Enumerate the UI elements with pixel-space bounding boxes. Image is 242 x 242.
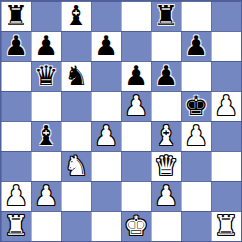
square-b7[interactable]: ♟ [31,31,61,61]
black-pawn[interactable]: ♟ [154,61,178,91]
square-e7[interactable] [121,31,151,61]
square-g6[interactable] [181,61,211,91]
square-e6[interactable]: ♟ [121,61,151,91]
white-pawn[interactable]: ♟ [184,121,208,151]
square-a8[interactable]: ♜ [1,1,31,31]
square-e3[interactable] [121,151,151,181]
black-bishop[interactable]: ♝ [34,121,58,151]
square-e4[interactable] [121,121,151,151]
chess-board: ♜♝♜♟♟♟♟♛♞♟♟♟♚♟♝♟♝♟♞♛♟♟♟♜♚♜ [0,0,242,242]
white-pawn[interactable]: ♟ [154,181,178,211]
square-b5[interactable] [31,91,61,121]
black-bishop[interactable]: ♝ [64,1,88,31]
square-g1[interactable] [181,211,211,241]
square-b3[interactable] [31,151,61,181]
square-d5[interactable] [91,91,121,121]
black-pawn[interactable]: ♟ [34,31,58,61]
white-rook[interactable]: ♜ [4,211,28,241]
white-pawn[interactable]: ♟ [34,181,58,211]
black-rook[interactable]: ♜ [4,1,28,31]
square-f8[interactable]: ♜ [151,1,181,31]
black-queen[interactable]: ♛ [34,61,58,91]
white-pawn[interactable]: ♟ [124,91,148,121]
square-h6[interactable] [211,61,241,91]
square-c2[interactable] [61,181,91,211]
square-d7[interactable]: ♟ [91,31,121,61]
square-g3[interactable] [181,151,211,181]
white-bishop[interactable]: ♝ [154,121,178,151]
square-c3[interactable]: ♞ [61,151,91,181]
square-f2[interactable]: ♟ [151,181,181,211]
square-e1[interactable]: ♚ [121,211,151,241]
black-pawn[interactable]: ♟ [124,61,148,91]
square-a3[interactable] [1,151,31,181]
square-h8[interactable] [211,1,241,31]
white-pawn[interactable]: ♟ [94,121,118,151]
black-pawn[interactable]: ♟ [4,31,28,61]
square-h2[interactable] [211,181,241,211]
square-d6[interactable] [91,61,121,91]
square-a2[interactable]: ♟ [1,181,31,211]
square-g4[interactable]: ♟ [181,121,211,151]
square-e2[interactable] [121,181,151,211]
square-f4[interactable]: ♝ [151,121,181,151]
square-d1[interactable] [91,211,121,241]
white-pawn[interactable]: ♟ [4,181,28,211]
square-h4[interactable] [211,121,241,151]
square-f5[interactable] [151,91,181,121]
square-f6[interactable]: ♟ [151,61,181,91]
square-e5[interactable]: ♟ [121,91,151,121]
square-a6[interactable] [1,61,31,91]
black-pawn[interactable]: ♟ [94,31,118,61]
square-a7[interactable]: ♟ [1,31,31,61]
square-f7[interactable] [151,31,181,61]
square-c4[interactable] [61,121,91,151]
white-queen[interactable]: ♛ [154,151,178,181]
square-b1[interactable] [31,211,61,241]
black-pawn[interactable]: ♟ [184,31,208,61]
square-h3[interactable] [211,151,241,181]
square-c6[interactable]: ♞ [61,61,91,91]
square-h1[interactable]: ♜ [211,211,241,241]
square-f1[interactable] [151,211,181,241]
square-h7[interactable] [211,31,241,61]
square-h5[interactable]: ♟ [211,91,241,121]
black-rook[interactable]: ♜ [154,1,178,31]
square-a5[interactable] [1,91,31,121]
square-b4[interactable]: ♝ [31,121,61,151]
black-king[interactable]: ♚ [184,91,208,121]
square-g8[interactable] [181,1,211,31]
square-b2[interactable]: ♟ [31,181,61,211]
square-c1[interactable] [61,211,91,241]
white-knight[interactable]: ♞ [64,151,88,181]
square-d2[interactable] [91,181,121,211]
square-d4[interactable]: ♟ [91,121,121,151]
square-g5[interactable]: ♚ [181,91,211,121]
black-knight[interactable]: ♞ [64,61,88,91]
square-a1[interactable]: ♜ [1,211,31,241]
square-b6[interactable]: ♛ [31,61,61,91]
square-f3[interactable]: ♛ [151,151,181,181]
white-pawn[interactable]: ♟ [214,91,238,121]
square-c5[interactable] [61,91,91,121]
square-e8[interactable] [121,1,151,31]
white-rook[interactable]: ♜ [214,211,238,241]
square-b8[interactable] [31,1,61,31]
square-d3[interactable] [91,151,121,181]
square-d8[interactable] [91,1,121,31]
white-king[interactable]: ♚ [124,211,148,241]
square-g2[interactable] [181,181,211,211]
square-a4[interactable] [1,121,31,151]
square-g7[interactable]: ♟ [181,31,211,61]
square-c8[interactable]: ♝ [61,1,91,31]
square-c7[interactable] [61,31,91,61]
